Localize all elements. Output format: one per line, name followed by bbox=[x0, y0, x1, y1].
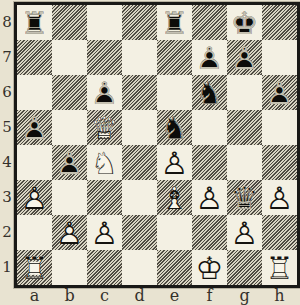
square-d1 bbox=[122, 250, 157, 285]
square-c4: ♞♘ bbox=[87, 145, 122, 180]
black-knight: ♞♘ bbox=[157, 110, 192, 145]
file-label-f: f bbox=[192, 287, 227, 305]
black-knight-outline-icon: ♘ bbox=[157, 110, 192, 146]
square-h1: ♜♖ bbox=[262, 250, 297, 285]
file-label-e: e bbox=[157, 287, 192, 305]
square-c6: ♟♙ bbox=[87, 75, 122, 110]
square-h8 bbox=[262, 5, 297, 40]
white-knight: ♞♘ bbox=[87, 145, 122, 180]
square-a2 bbox=[17, 215, 52, 250]
square-b1 bbox=[52, 250, 87, 285]
file-labels: abcdefgh bbox=[17, 287, 297, 305]
rank-label-7: 7 bbox=[0, 40, 14, 75]
white-knight-outline-icon: ♘ bbox=[87, 145, 122, 181]
square-e6 bbox=[157, 75, 192, 110]
square-b7 bbox=[52, 40, 87, 75]
black-pawn: ♟♙ bbox=[87, 75, 122, 110]
square-a6 bbox=[17, 75, 52, 110]
square-f5 bbox=[192, 110, 227, 145]
square-c2: ♟♙ bbox=[87, 215, 122, 250]
square-h7 bbox=[262, 40, 297, 75]
rank-label-3: 3 bbox=[0, 180, 14, 215]
square-g4 bbox=[227, 145, 262, 180]
rank-label-4: 4 bbox=[0, 145, 14, 180]
black-pawn-outline-icon: ♙ bbox=[227, 40, 262, 76]
black-queen: ♛♕ bbox=[227, 180, 262, 215]
square-g7: ♟♙ bbox=[227, 40, 262, 75]
square-c5: ♛♕ bbox=[87, 110, 122, 145]
white-bishop-outline-icon: ♗ bbox=[157, 180, 192, 216]
square-d2 bbox=[122, 215, 157, 250]
white-queen-outline-icon: ♕ bbox=[87, 110, 122, 146]
square-b5 bbox=[52, 110, 87, 145]
rank-label-1: 1 bbox=[0, 250, 14, 285]
white-pawn: ♟♙ bbox=[262, 180, 297, 215]
square-d7 bbox=[122, 40, 157, 75]
square-g6 bbox=[227, 75, 262, 110]
square-d4 bbox=[122, 145, 157, 180]
white-rook: ♜♖ bbox=[17, 250, 52, 285]
file-label-d: d bbox=[122, 287, 157, 305]
black-pawn: ♟♙ bbox=[192, 40, 227, 75]
black-pawn-outline-icon: ♙ bbox=[52, 145, 87, 181]
black-rook: ♜♖ bbox=[17, 5, 52, 40]
square-h3: ♟♙ bbox=[262, 180, 297, 215]
black-pawn-outline-icon: ♙ bbox=[87, 75, 122, 111]
white-pawn-outline-icon: ♙ bbox=[87, 215, 122, 251]
square-b2: ♟♙ bbox=[52, 215, 87, 250]
square-a7 bbox=[17, 40, 52, 75]
square-f3: ♟♙ bbox=[192, 180, 227, 215]
square-f8 bbox=[192, 5, 227, 40]
square-f2 bbox=[192, 215, 227, 250]
chess-diagram: 87654321 ♜♖♜♖♚♔♟♙♟♙♟♙♞♘♟♙♟♙♛♕♞♘♟♙♞♘♟♙♟♙♝… bbox=[0, 0, 300, 305]
white-pawn: ♟♙ bbox=[227, 215, 262, 250]
black-pawn-outline-icon: ♙ bbox=[262, 75, 297, 111]
white-king: ♚♔ bbox=[192, 250, 227, 285]
square-a5: ♟♙ bbox=[17, 110, 52, 145]
square-a4 bbox=[17, 145, 52, 180]
file-label-c: c bbox=[87, 287, 122, 305]
white-queen: ♛♕ bbox=[87, 110, 122, 145]
square-h4 bbox=[262, 145, 297, 180]
black-rook: ♜♖ bbox=[157, 5, 192, 40]
black-pawn: ♟♙ bbox=[52, 145, 87, 180]
square-c7 bbox=[87, 40, 122, 75]
square-h6: ♟♙ bbox=[262, 75, 297, 110]
square-a3: ♟♙ bbox=[17, 180, 52, 215]
square-b3 bbox=[52, 180, 87, 215]
square-d3 bbox=[122, 180, 157, 215]
square-e3: ♝♗ bbox=[157, 180, 192, 215]
white-pawn-outline-icon: ♙ bbox=[262, 180, 297, 216]
white-pawn-outline-icon: ♙ bbox=[17, 180, 52, 216]
white-rook-outline-icon: ♖ bbox=[262, 250, 297, 286]
white-pawn: ♟♙ bbox=[192, 180, 227, 215]
white-rook-outline-icon: ♖ bbox=[17, 250, 52, 286]
black-rook-outline-icon: ♖ bbox=[17, 5, 52, 41]
square-h5 bbox=[262, 110, 297, 145]
square-g1 bbox=[227, 250, 262, 285]
square-f7: ♟♙ bbox=[192, 40, 227, 75]
white-pawn-outline-icon: ♙ bbox=[157, 145, 192, 181]
square-f6: ♞♘ bbox=[192, 75, 227, 110]
square-c3 bbox=[87, 180, 122, 215]
square-e7 bbox=[157, 40, 192, 75]
black-queen-outline-icon: ♕ bbox=[227, 180, 262, 216]
square-g2: ♟♙ bbox=[227, 215, 262, 250]
square-g8: ♚♔ bbox=[227, 5, 262, 40]
chess-board: ♜♖♜♖♚♔♟♙♟♙♟♙♞♘♟♙♟♙♛♕♞♘♟♙♞♘♟♙♟♙♝♗♟♙♛♕♟♙♟♙… bbox=[14, 2, 300, 288]
square-f4 bbox=[192, 145, 227, 180]
rank-label-2: 2 bbox=[0, 215, 14, 250]
black-king-outline-icon: ♔ bbox=[227, 5, 262, 41]
white-pawn: ♟♙ bbox=[52, 215, 87, 250]
white-pawn: ♟♙ bbox=[87, 215, 122, 250]
white-pawn-outline-icon: ♙ bbox=[52, 215, 87, 251]
black-knight-outline-icon: ♘ bbox=[192, 75, 227, 111]
square-f1: ♚♔ bbox=[192, 250, 227, 285]
white-pawn: ♟♙ bbox=[17, 180, 52, 215]
rank-label-8: 8 bbox=[0, 5, 14, 40]
file-label-b: b bbox=[52, 287, 87, 305]
square-e4: ♟♙ bbox=[157, 145, 192, 180]
square-b8 bbox=[52, 5, 87, 40]
file-label-g: g bbox=[227, 287, 262, 305]
file-label-h: h bbox=[262, 287, 297, 305]
white-pawn-outline-icon: ♙ bbox=[227, 215, 262, 251]
file-label-a: a bbox=[17, 287, 52, 305]
black-pawn: ♟♙ bbox=[17, 110, 52, 145]
square-e8: ♜♖ bbox=[157, 5, 192, 40]
square-e5: ♞♘ bbox=[157, 110, 192, 145]
black-knight: ♞♘ bbox=[192, 75, 227, 110]
white-rook: ♜♖ bbox=[262, 250, 297, 285]
square-a1: ♜♖ bbox=[17, 250, 52, 285]
square-d6 bbox=[122, 75, 157, 110]
square-e2 bbox=[157, 215, 192, 250]
square-g3: ♛♕ bbox=[227, 180, 262, 215]
square-b4: ♟♙ bbox=[52, 145, 87, 180]
rank-label-6: 6 bbox=[0, 75, 14, 110]
square-h2 bbox=[262, 215, 297, 250]
square-d8 bbox=[122, 5, 157, 40]
black-pawn: ♟♙ bbox=[227, 40, 262, 75]
square-a8: ♜♖ bbox=[17, 5, 52, 40]
white-pawn: ♟♙ bbox=[157, 145, 192, 180]
square-c1 bbox=[87, 250, 122, 285]
square-g5 bbox=[227, 110, 262, 145]
black-king: ♚♔ bbox=[227, 5, 262, 40]
square-e1 bbox=[157, 250, 192, 285]
square-c8 bbox=[87, 5, 122, 40]
rank-label-5: 5 bbox=[0, 110, 14, 145]
white-pawn-outline-icon: ♙ bbox=[192, 180, 227, 216]
square-d5 bbox=[122, 110, 157, 145]
black-rook-outline-icon: ♖ bbox=[157, 5, 192, 41]
white-bishop: ♝♗ bbox=[157, 180, 192, 215]
rank-labels: 87654321 bbox=[0, 5, 14, 285]
white-king-outline-icon: ♔ bbox=[192, 250, 227, 286]
black-pawn-outline-icon: ♙ bbox=[17, 110, 52, 146]
square-b6 bbox=[52, 75, 87, 110]
black-pawn: ♟♙ bbox=[262, 75, 297, 110]
black-pawn-outline-icon: ♙ bbox=[192, 40, 227, 76]
